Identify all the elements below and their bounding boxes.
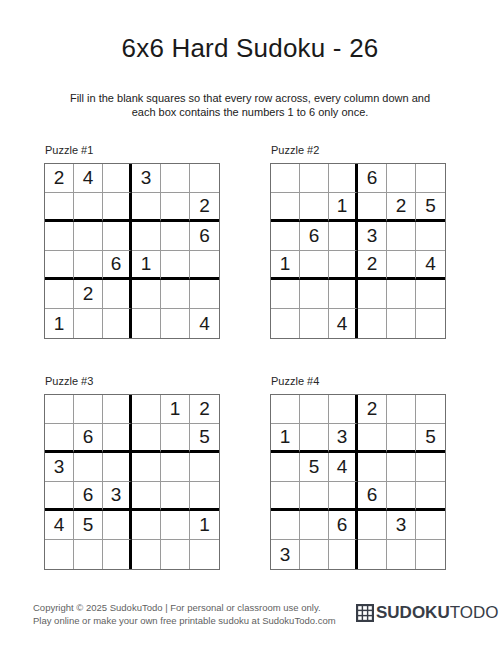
puzzle-1-cell-r3c1 (45, 222, 74, 251)
puzzle-1-cell-r4c6 (190, 251, 219, 280)
puzzle-4-cell-r2c1: 1 (271, 424, 300, 453)
instructions-line-2: each box contains the numbers 1 to 6 onl… (0, 105, 500, 119)
puzzle-3-cell-r5c3 (103, 511, 132, 540)
puzzle-1-cell-r1c3 (103, 164, 132, 193)
puzzle-2-cell-r1c1 (271, 164, 300, 193)
puzzle-4-cell-r4c3 (329, 482, 358, 511)
puzzle-1-cell-r5c3 (103, 280, 132, 309)
puzzle-3-cell-r5c6: 1 (190, 511, 219, 540)
puzzle-2: Puzzle #2 6125631244 (270, 144, 446, 339)
puzzle-2-cell-r1c2 (300, 164, 329, 193)
puzzle-1-label: Puzzle #1 (45, 144, 220, 157)
puzzle-3-cell-r4c5 (161, 482, 190, 511)
puzzle-2-cell-r4c1: 1 (271, 251, 300, 280)
puzzle-3-cell-r4c2: 6 (74, 482, 103, 511)
puzzle-3: Puzzle #3 1265363451 (44, 375, 220, 570)
puzzle-1-cell-r2c6: 2 (190, 193, 219, 222)
grid-icon (356, 604, 374, 622)
puzzle-4-cell-r5c4 (358, 511, 387, 540)
puzzle-3-cell-r1c4 (132, 395, 161, 424)
puzzle-2-cell-r3c2: 6 (300, 222, 329, 251)
puzzle-2-cell-r4c2 (300, 251, 329, 280)
puzzle-1-cell-r5c6 (190, 280, 219, 309)
puzzle-4-cell-r5c1 (271, 511, 300, 540)
puzzle-3-cell-r2c3 (103, 424, 132, 453)
puzzle-1-cell-r4c5 (161, 251, 190, 280)
puzzle-4-cell-r3c3: 4 (329, 453, 358, 482)
copyright-line-2: Play online or make your own free printa… (33, 614, 336, 627)
puzzle-2-cell-r6c6 (416, 309, 445, 338)
puzzle-3-cell-r4c6 (190, 482, 219, 511)
puzzle-2-cell-r6c3: 4 (329, 309, 358, 338)
puzzle-2-cell-r5c1 (271, 280, 300, 309)
puzzle-1-cell-r2c3 (103, 193, 132, 222)
puzzle-1-cell-r1c5 (161, 164, 190, 193)
puzzle-2-cell-r6c5 (387, 309, 416, 338)
instructions-line-1: Fill in the blank squares so that every … (0, 91, 500, 105)
puzzle-1-cell-r1c6 (190, 164, 219, 193)
puzzle-2-cell-r3c4: 3 (358, 222, 387, 251)
puzzle-1-cell-r5c2: 2 (74, 280, 103, 309)
puzzle-4-label: Puzzle #4 (271, 375, 446, 388)
puzzle-1-cell-r3c2 (74, 222, 103, 251)
puzzle-1-cell-r6c1: 1 (45, 309, 74, 338)
puzzle-3-cell-r4c4 (132, 482, 161, 511)
puzzle-3-cell-r5c1: 4 (45, 511, 74, 540)
puzzle-1-cell-r5c1 (45, 280, 74, 309)
puzzle-2-cell-r4c3 (329, 251, 358, 280)
puzzle-2-cell-r4c5 (387, 251, 416, 280)
puzzle-2-cell-r2c6: 5 (416, 193, 445, 222)
puzzle-1-cell-r1c2: 4 (74, 164, 103, 193)
puzzle-4-cell-r3c4 (358, 453, 387, 482)
puzzle-4-cell-r6c3 (329, 540, 358, 569)
puzzle-2-cell-r1c4: 6 (358, 164, 387, 193)
puzzle-3-cell-r3c4 (132, 453, 161, 482)
puzzle-3-cell-r6c3 (103, 540, 132, 569)
puzzle-3-cell-r1c6: 2 (190, 395, 219, 424)
puzzle-3-cell-r6c1 (45, 540, 74, 569)
puzzle-2-cell-r5c3 (329, 280, 358, 309)
puzzle-3-cell-r5c2: 5 (74, 511, 103, 540)
puzzle-3-cell-r3c5 (161, 453, 190, 482)
puzzle-2-cell-r6c2 (300, 309, 329, 338)
puzzle-4-cell-r5c6 (416, 511, 445, 540)
puzzle-3-cell-r2c4 (132, 424, 161, 453)
puzzle-1: Puzzle #1 2432661214 (44, 144, 220, 339)
puzzle-4-cell-r2c4 (358, 424, 387, 453)
puzzle-1-cell-r4c1 (45, 251, 74, 280)
puzzle-3-cell-r2c6: 5 (190, 424, 219, 453)
puzzle-1-cell-r6c4 (132, 309, 161, 338)
puzzle-1-cell-r2c1 (45, 193, 74, 222)
puzzle-1-cell-r4c4: 1 (132, 251, 161, 280)
puzzle-3-cell-r3c2 (74, 453, 103, 482)
puzzle-4-cell-r3c6 (416, 453, 445, 482)
logo-text-sudoku: SUDOKU (376, 603, 450, 622)
puzzle-2-cell-r3c3 (329, 222, 358, 251)
puzzle-4-cell-r3c1 (271, 453, 300, 482)
puzzle-4-cell-r5c2 (300, 511, 329, 540)
puzzle-1-cell-r6c2 (74, 309, 103, 338)
puzzle-1-cell-r6c3 (103, 309, 132, 338)
puzzle-3-cell-r5c4 (132, 511, 161, 540)
puzzle-2-cell-r1c6 (416, 164, 445, 193)
instructions: Fill in the blank squares so that every … (0, 91, 500, 119)
puzzle-3-cell-r6c5 (161, 540, 190, 569)
copyright-line-1: Copyright © 2025 SudokuTodo | For person… (33, 601, 336, 614)
puzzle-3-cell-r2c1 (45, 424, 74, 453)
puzzle-3-cell-r3c6 (190, 453, 219, 482)
puzzle-1-cell-r1c4: 3 (132, 164, 161, 193)
puzzle-1-cell-r6c5 (161, 309, 190, 338)
puzzle-2-cell-r6c1 (271, 309, 300, 338)
puzzle-4-cell-r2c2 (300, 424, 329, 453)
puzzle-3-cell-r1c3 (103, 395, 132, 424)
puzzle-4-grid: 2135546633 (270, 394, 446, 570)
puzzle-4-cell-r1c3 (329, 395, 358, 424)
puzzle-2-cell-r2c1 (271, 193, 300, 222)
puzzle-4-cell-r1c4: 2 (358, 395, 387, 424)
puzzle-2-cell-r3c6 (416, 222, 445, 251)
puzzle-1-cell-r4c2 (74, 251, 103, 280)
puzzle-3-cell-r6c4 (132, 540, 161, 569)
puzzle-2-cell-r3c5 (387, 222, 416, 251)
puzzle-2-cell-r2c4 (358, 193, 387, 222)
puzzle-4-cell-r5c5: 3 (387, 511, 416, 540)
puzzle-4-cell-r1c5 (387, 395, 416, 424)
footer-copyright: Copyright © 2025 SudokuTodo | For person… (33, 601, 336, 627)
puzzle-4-cell-r6c1: 3 (271, 540, 300, 569)
puzzle-2-cell-r1c3 (329, 164, 358, 193)
puzzle-4-cell-r6c4 (358, 540, 387, 569)
puzzle-3-cell-r2c5 (161, 424, 190, 453)
puzzle-4-cell-r3c2: 5 (300, 453, 329, 482)
puzzle-4-cell-r6c5 (387, 540, 416, 569)
puzzle-1-cell-r1c1: 2 (45, 164, 74, 193)
printable-sudoku-page: 6x6 Hard Sudoku - 26 Fill in the blank s… (0, 0, 500, 647)
puzzle-1-cell-r2c5 (161, 193, 190, 222)
puzzle-4-cell-r1c6 (416, 395, 445, 424)
puzzle-2-cell-r5c6 (416, 280, 445, 309)
puzzle-2-cell-r6c4 (358, 309, 387, 338)
puzzle-3-cell-r5c5 (161, 511, 190, 540)
puzzle-4-cell-r6c2 (300, 540, 329, 569)
puzzle-3-label: Puzzle #3 (45, 375, 220, 388)
puzzle-4-cell-r1c2 (300, 395, 329, 424)
puzzle-3-cell-r4c3: 3 (103, 482, 132, 511)
puzzle-2-cell-r3c1 (271, 222, 300, 251)
puzzle-3-cell-r6c6 (190, 540, 219, 569)
puzzle-4-cell-r4c6 (416, 482, 445, 511)
puzzle-4-cell-r3c5 (387, 453, 416, 482)
puzzle-4-cell-r2c5 (387, 424, 416, 453)
puzzle-3-cell-r2c2: 6 (74, 424, 103, 453)
puzzle-4-cell-r2c6: 5 (416, 424, 445, 453)
puzzle-3-grid: 1265363451 (44, 394, 220, 570)
puzzle-4-cell-r4c1 (271, 482, 300, 511)
puzzle-1-grid: 2432661214 (44, 163, 220, 339)
puzzle-1-cell-r3c4 (132, 222, 161, 251)
puzzle-2-cell-r2c5: 2 (387, 193, 416, 222)
puzzle-1-cell-r6c6: 4 (190, 309, 219, 338)
puzzle-4-cell-r1c1 (271, 395, 300, 424)
puzzle-3-cell-r1c1 (45, 395, 74, 424)
logo-text-todo: TODO (450, 603, 499, 622)
puzzle-2-cell-r4c6: 4 (416, 251, 445, 280)
puzzle-1-cell-r4c3: 6 (103, 251, 132, 280)
puzzle-1-cell-r5c5 (161, 280, 190, 309)
puzzle-1-cell-r2c2 (74, 193, 103, 222)
logo-text: SUDOKUTODO (376, 603, 498, 623)
puzzle-3-cell-r3c3 (103, 453, 132, 482)
puzzle-3-cell-r3c1: 3 (45, 453, 74, 482)
puzzle-4-cell-r4c4: 6 (358, 482, 387, 511)
puzzle-2-cell-r4c4: 2 (358, 251, 387, 280)
puzzle-4-cell-r5c3: 6 (329, 511, 358, 540)
puzzle-1-cell-r3c3 (103, 222, 132, 251)
puzzle-1-cell-r3c5 (161, 222, 190, 251)
puzzle-2-cell-r1c5 (387, 164, 416, 193)
puzzle-4-cell-r4c5 (387, 482, 416, 511)
puzzle-4: Puzzle #4 2135546633 (270, 375, 446, 570)
puzzle-3-cell-r1c2 (74, 395, 103, 424)
puzzle-1-cell-r5c4 (132, 280, 161, 309)
puzzle-3-cell-r4c1 (45, 482, 74, 511)
puzzle-1-cell-r2c4 (132, 193, 161, 222)
sudokutodo-logo: SUDOKUTODO (356, 603, 498, 623)
puzzle-4-cell-r4c2 (300, 482, 329, 511)
puzzle-1-cell-r3c6: 6 (190, 222, 219, 251)
puzzle-2-grid: 6125631244 (270, 163, 446, 339)
puzzle-3-cell-r6c2 (74, 540, 103, 569)
puzzle-4-cell-r6c6 (416, 540, 445, 569)
page-title: 6x6 Hard Sudoku - 26 (0, 33, 500, 64)
puzzle-2-cell-r5c5 (387, 280, 416, 309)
puzzle-2-cell-r5c2 (300, 280, 329, 309)
puzzle-2-label: Puzzle #2 (271, 144, 446, 157)
puzzle-2-cell-r5c4 (358, 280, 387, 309)
puzzle-2-cell-r2c2 (300, 193, 329, 222)
puzzle-2-cell-r2c3: 1 (329, 193, 358, 222)
puzzle-3-cell-r1c5: 1 (161, 395, 190, 424)
puzzle-4-cell-r2c3: 3 (329, 424, 358, 453)
